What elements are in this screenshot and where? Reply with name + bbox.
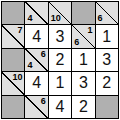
cell-r3c3-entry[interactable]: 3 [72,72,94,94]
cell-r0c3-block [72,2,94,24]
cell-r3c1-entry[interactable]: 4 [25,72,47,94]
across-clue: 1 [88,25,93,36]
cell-r3c4-entry[interactable]: 2 [96,72,118,94]
cell-value: 4 [32,29,41,45]
cell-value: 2 [56,52,65,68]
cell-r4c0-block [2,96,24,118]
cell-r1c2-entry[interactable]: 3 [49,25,71,47]
cell-r1c1-entry[interactable]: 4 [25,25,47,47]
cell-r3c0-clue: 10 [2,72,24,94]
cell-r4c2-entry[interactable]: 4 [49,96,71,118]
cell-r1c0-clue: 7 [2,25,24,47]
across-clue: 6 [41,96,46,107]
cell-r2c1-clue: 6 4 [25,49,47,71]
cell-value: 4 [32,75,41,91]
down-clue: 10 [51,13,61,24]
cell-value: 1 [102,29,111,45]
cell-value: 2 [79,99,88,115]
across-clue: 7 [17,25,22,36]
cell-value: 4 [56,99,65,115]
cell-value: 3 [56,29,65,45]
cell-r1c3-clue: 1 6 [72,25,94,47]
cell-value: 2 [102,75,111,91]
cell-r2c0-block [2,49,24,71]
across-clue: 10 [12,72,22,83]
cell-r4c3-entry[interactable]: 2 [72,96,94,118]
cell-r2c4-entry[interactable]: 3 [96,49,118,71]
cell-r2c2-entry[interactable]: 2 [49,49,71,71]
cell-r2c3-entry[interactable]: 1 [72,49,94,71]
down-clue: 4 [27,60,32,71]
cell-r0c4-clue: 6 [96,2,118,24]
kakuro-board: 4 10 6 7 4 3 1 6 1 6 4 2 1 3 10 4 [1,1,119,119]
cell-r0c1-clue: 4 [25,2,47,24]
cell-value: 1 [79,52,88,68]
cell-value: 1 [56,75,65,91]
cell-value: 3 [79,75,88,91]
cell-r1c4-entry[interactable]: 1 [96,25,118,47]
down-clue: 4 [27,13,32,24]
cell-r0c2-clue: 10 [49,2,71,24]
cell-r0c0-block [2,2,24,24]
cell-r3c2-entry[interactable]: 1 [49,72,71,94]
cell-value: 3 [102,52,111,68]
across-clue: 6 [41,49,46,60]
down-clue: 6 [74,37,79,48]
cell-r4c1-clue: 6 [25,96,47,118]
cell-r4c4-block [96,96,118,118]
down-clue: 6 [98,13,103,24]
